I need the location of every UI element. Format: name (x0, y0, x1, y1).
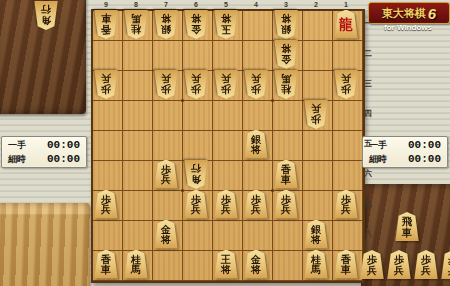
kanji-char: 歩 (221, 83, 231, 94)
kanji-char: 兵 (191, 73, 201, 84)
kanji-char: 兵 (161, 73, 171, 84)
kanji-char: 歩 (421, 255, 431, 266)
kanji-char: 金 (281, 53, 291, 64)
clock-row: 細時 00:00 (8, 152, 80, 166)
piece-kanji: 歩兵 (440, 253, 450, 278)
piece-kanji: 歩兵 (93, 193, 119, 218)
square-4一[interactable] (243, 11, 273, 41)
piece-7六-歩兵[interactable]: 歩兵 (153, 160, 179, 189)
kanji-char: 銀 (161, 23, 171, 34)
piece-5七-歩兵[interactable]: 歩兵 (213, 190, 239, 219)
square-6五[interactable] (183, 131, 213, 161)
kanji-char: 将 (221, 13, 231, 24)
kanji-char: 車 (101, 265, 111, 276)
piece-9七-歩兵[interactable]: 歩兵 (93, 190, 119, 219)
kanji-char: 歩 (161, 83, 171, 94)
square-8三[interactable] (123, 71, 153, 101)
piece-5一-玉将[interactable]: 玉将 (213, 10, 239, 39)
square-3九[interactable] (273, 251, 303, 281)
kanji-char: 将 (251, 145, 261, 156)
clock-label: 細時 (8, 153, 26, 166)
piece-kanji: 歩兵 (413, 253, 439, 278)
kanji-char: 兵 (221, 205, 231, 216)
kanji-char: 兵 (341, 73, 351, 84)
piece-kanji: 王将 (213, 253, 239, 278)
gote-clock: 一手 00:00 細時 00:00 (1, 136, 87, 168)
piece-kanji: 金将 (243, 253, 269, 278)
kanji-char: 車 (281, 175, 291, 186)
kanji-char: 角 (41, 15, 51, 26)
kanji-char: 歩 (367, 255, 377, 266)
piece-2八-銀将[interactable]: 銀将 (303, 220, 329, 249)
piece-3三-桂馬[interactable]: 桂馬 (273, 70, 299, 99)
piece-3六-香車[interactable]: 香車 (273, 160, 299, 189)
square-2五[interactable] (303, 131, 333, 161)
square-1五[interactable] (333, 131, 363, 161)
rank-label-四: 四 (363, 99, 373, 129)
rank-label-七: 七 (363, 189, 373, 219)
square-5五[interactable] (213, 131, 243, 161)
square-5六[interactable] (213, 161, 243, 191)
kanji-char: 兵 (101, 205, 111, 216)
piece-2九-桂馬[interactable]: 桂馬 (303, 250, 329, 279)
clock-value: 00:00 (408, 139, 441, 151)
piece-kanji: 香車 (333, 253, 359, 278)
square-9四[interactable] (93, 101, 123, 131)
piece-kanji: 桂馬 (303, 253, 329, 278)
square-2一[interactable] (303, 11, 333, 41)
gote-hand-角行[interactable]: 角行 (33, 1, 59, 30)
kanji-char: 兵 (421, 266, 431, 277)
square-7四[interactable] (153, 101, 183, 131)
piece-kanji: 歩兵 (153, 71, 179, 96)
sente-hand-歩兵[interactable]: 歩兵 (359, 250, 385, 279)
file-label-7: 7 (151, 0, 181, 9)
square-7七[interactable] (153, 191, 183, 221)
piece-kanji: 歩兵 (183, 193, 209, 218)
kanji-char: 将 (161, 13, 171, 24)
piece-kanji: 歩兵 (243, 193, 269, 218)
logo-version: 6 (428, 5, 436, 22)
sente-clock: 一手 00:00 細時 00:00 (362, 136, 448, 168)
square-2七[interactable] (303, 191, 333, 221)
square-4八[interactable] (243, 221, 273, 251)
sente-hand-歩兵[interactable]: 歩兵 (440, 250, 450, 279)
piece-2四-歩兵[interactable]: 歩兵 (303, 100, 329, 129)
tatami-background: 一手 00:00 細時 00:00 一手 00:00 細時 00:00 東大将棋… (0, 0, 450, 286)
square-8二[interactable] (123, 41, 153, 71)
piece-kanji: 歩兵 (183, 71, 209, 96)
square-2二[interactable] (303, 41, 333, 71)
piece-kanji: 歩兵 (93, 71, 119, 96)
square-8四[interactable] (123, 101, 153, 131)
piece-6七-歩兵[interactable]: 歩兵 (183, 190, 209, 219)
square-7五[interactable] (153, 131, 183, 161)
kanji-char: 桂 (281, 83, 291, 94)
kanji-char: 銀 (281, 23, 291, 34)
piece-kanji: 香車 (93, 253, 119, 278)
kanji-char: 歩 (251, 83, 261, 94)
piece-kanji: 香車 (273, 163, 299, 188)
square-9八[interactable] (93, 221, 123, 251)
sente-hand-歩兵[interactable]: 歩兵 (386, 250, 412, 279)
kanji-char: 兵 (101, 73, 111, 84)
piece-5九-王将[interactable]: 王将 (213, 250, 239, 279)
rank-label-二: 二 (363, 39, 373, 69)
sente-hand-飛車[interactable]: 飛車 (394, 212, 420, 241)
piece-kanji: 玉将 (213, 11, 239, 36)
kanji-char: 車 (101, 13, 111, 24)
square-8七[interactable] (123, 191, 153, 221)
piece-kanji: 香車 (93, 11, 119, 36)
piece-4九-金将[interactable]: 金将 (243, 250, 269, 279)
piece-9九-香車[interactable]: 香車 (93, 250, 119, 279)
piece-1九-香車[interactable]: 香車 (333, 250, 359, 279)
piece-kanji: 歩兵 (243, 71, 269, 96)
rank-label-三: 三 (363, 69, 373, 99)
kanji-char: 兵 (251, 73, 261, 84)
piece-kanji: 桂馬 (123, 11, 149, 36)
piece-kanji: 歩兵 (303, 101, 329, 126)
kanji-char: 車 (341, 265, 351, 276)
kanji-char: 将 (251, 265, 261, 276)
piece-kanji: 角行 (33, 2, 59, 27)
piece-5三-歩兵[interactable]: 歩兵 (213, 70, 239, 99)
piece-6一-金将[interactable]: 金将 (183, 10, 209, 39)
square-2三[interactable] (303, 71, 333, 101)
kanji-char: 馬 (131, 13, 141, 24)
piece-kanji: 桂馬 (123, 253, 149, 278)
square-6八[interactable] (183, 221, 213, 251)
square-7二[interactable] (153, 41, 183, 71)
square-9二[interactable] (93, 41, 123, 71)
rank-label-五: 五 (363, 129, 373, 159)
square-8八[interactable] (123, 221, 153, 251)
logo-plate: 東大将棋 6 (368, 2, 450, 24)
square-6九[interactable] (183, 251, 213, 281)
kanji-char: 歩 (341, 83, 351, 94)
clock-value: 00:00 (47, 153, 80, 165)
kanji-char: 兵 (161, 175, 171, 186)
piece-7三-歩兵[interactable]: 歩兵 (153, 70, 179, 99)
clock-row: 一手 00:00 (369, 138, 441, 152)
clock-row: 一手 00:00 (8, 138, 80, 152)
kanji-char: 角 (191, 173, 201, 184)
kanji-char: 馬 (131, 265, 141, 276)
piece-4五-銀将[interactable]: 銀将 (243, 130, 269, 159)
kanji-char: 兵 (281, 205, 291, 216)
file-label-3: 3 (271, 0, 301, 9)
kanji-char: 将 (281, 13, 291, 24)
piece-4七-歩兵[interactable]: 歩兵 (243, 190, 269, 219)
piece-4三-歩兵[interactable]: 歩兵 (243, 70, 269, 99)
kanji-char: 歩 (311, 113, 321, 124)
rank-label-八: 八 (363, 219, 373, 249)
kanji-char: 歩 (101, 83, 111, 94)
kanji-char: 兵 (394, 266, 404, 277)
square-4四[interactable] (243, 101, 273, 131)
kanji-char: 兵 (251, 205, 261, 216)
square-5四[interactable] (213, 101, 243, 131)
piece-kanji: 歩兵 (359, 253, 385, 278)
square-1八[interactable] (333, 221, 363, 251)
kanji-char: 兵 (367, 266, 377, 277)
piece-kanji: 歩兵 (333, 193, 359, 218)
kanji-char: 将 (221, 265, 231, 276)
piece-kanji: 歩兵 (386, 253, 412, 278)
rank-label-一: 一 (363, 9, 373, 39)
clock-row: 細時 00:00 (369, 152, 441, 166)
square-3五[interactable] (273, 131, 303, 161)
piece-8九-桂馬[interactable]: 桂馬 (123, 250, 149, 279)
piece-kanji: 金将 (273, 41, 299, 66)
square-3八[interactable] (273, 221, 303, 251)
kanji-char: 車 (402, 228, 412, 239)
square-9五[interactable] (93, 131, 123, 161)
square-2六[interactable] (303, 161, 333, 191)
piece-kanji: 銀将 (243, 133, 269, 158)
piece-7一-銀将[interactable]: 銀将 (153, 10, 179, 39)
piece-9一-香車[interactable]: 香車 (93, 10, 119, 39)
kanji-char: 馬 (281, 73, 291, 84)
piece-8一-桂馬[interactable]: 桂馬 (123, 10, 149, 39)
piece-1三-歩兵[interactable]: 歩兵 (333, 70, 359, 99)
app-logo: 東大将棋 6 for Windows (368, 2, 448, 34)
piece-9三-歩兵[interactable]: 歩兵 (93, 70, 119, 99)
piece-kanji: 金将 (183, 11, 209, 36)
piece-6六-角行[interactable]: 角行 (183, 160, 209, 189)
piece-kanji: 歩兵 (153, 163, 179, 188)
piece-box (0, 203, 90, 286)
kanji-char: 将 (281, 43, 291, 54)
kanji-char: 将 (161, 235, 171, 246)
square-3四[interactable] (273, 101, 303, 131)
piece-kanji: 龍 (333, 13, 359, 38)
file-label-1: 1 (331, 0, 361, 9)
piece-kanji: 歩兵 (333, 71, 359, 96)
piece-3一-銀将[interactable]: 銀将 (273, 10, 299, 39)
piece-kanji: 飛車 (394, 215, 420, 240)
kanji-char: 兵 (191, 205, 201, 216)
piece-kanji: 銀将 (153, 11, 179, 36)
piece-7八-金将[interactable]: 金将 (153, 220, 179, 249)
square-7九[interactable] (153, 251, 183, 281)
kanji-char: 歩 (394, 255, 404, 266)
kanji-char: 馬 (311, 265, 321, 276)
sente-hand-歩兵[interactable]: 歩兵 (413, 250, 439, 279)
file-label-4: 4 (241, 0, 271, 9)
piece-1七-歩兵[interactable]: 歩兵 (333, 190, 359, 219)
piece-3七-歩兵[interactable]: 歩兵 (273, 190, 299, 219)
square-6二[interactable] (183, 41, 213, 71)
file-label-2: 2 (301, 0, 331, 9)
square-6四[interactable] (183, 101, 213, 131)
kanji-char: 兵 (341, 205, 351, 216)
kanji-char: 金 (191, 23, 201, 34)
piece-kanji: 金将 (153, 223, 179, 248)
clock-label: 一手 (8, 139, 26, 152)
kanji-char: 桂 (131, 23, 141, 34)
rank-label-六: 六 (363, 159, 373, 189)
file-label-5: 5 (211, 0, 241, 9)
kanji-char: 将 (311, 235, 321, 246)
square-4六[interactable] (243, 161, 273, 191)
kanji-char: 行 (41, 4, 51, 15)
kanji-char: 兵 (221, 73, 231, 84)
piece-kanji: 歩兵 (273, 193, 299, 218)
kanji-char: 兵 (311, 103, 321, 114)
square-4二[interactable] (243, 41, 273, 71)
kanji-char: 玉 (221, 23, 231, 34)
square-1二[interactable] (333, 41, 363, 71)
logo-subtitle: for Windows (368, 23, 448, 32)
logo-title: 東大将棋 (382, 6, 426, 21)
clock-value: 00:00 (408, 153, 441, 165)
kanji-char: 歩 (191, 83, 201, 94)
piece-kanji: 角行 (183, 161, 209, 186)
kanji-char: 香 (101, 23, 111, 34)
kanji-char: 行 (191, 163, 201, 174)
kanji-char: 飛 (402, 217, 412, 228)
piece-kanji: 歩兵 (213, 193, 239, 218)
square-9六[interactable] (93, 161, 123, 191)
clock-value: 00:00 (47, 139, 80, 151)
piece-3二-金将[interactable]: 金将 (273, 40, 299, 69)
square-1四[interactable] (333, 101, 363, 131)
kanji-char: 龍 (339, 18, 353, 32)
piece-kanji: 銀将 (303, 223, 329, 248)
square-8六[interactable] (123, 161, 153, 191)
piece-kanji: 桂馬 (273, 71, 299, 96)
square-8五[interactable] (123, 131, 153, 161)
square-5二[interactable] (213, 41, 243, 71)
piece-kanji: 銀将 (273, 11, 299, 36)
piece-6三-歩兵[interactable]: 歩兵 (183, 70, 209, 99)
file-label-9: 9 (91, 0, 121, 9)
piece-kanji: 歩兵 (213, 71, 239, 96)
square-1六[interactable] (333, 161, 363, 191)
kanji-char: 将 (191, 13, 201, 24)
square-5八[interactable] (213, 221, 243, 251)
file-label-6: 6 (181, 0, 211, 9)
file-label-8: 8 (121, 0, 151, 9)
piece-1一-龍[interactable]: 龍 (333, 10, 359, 39)
